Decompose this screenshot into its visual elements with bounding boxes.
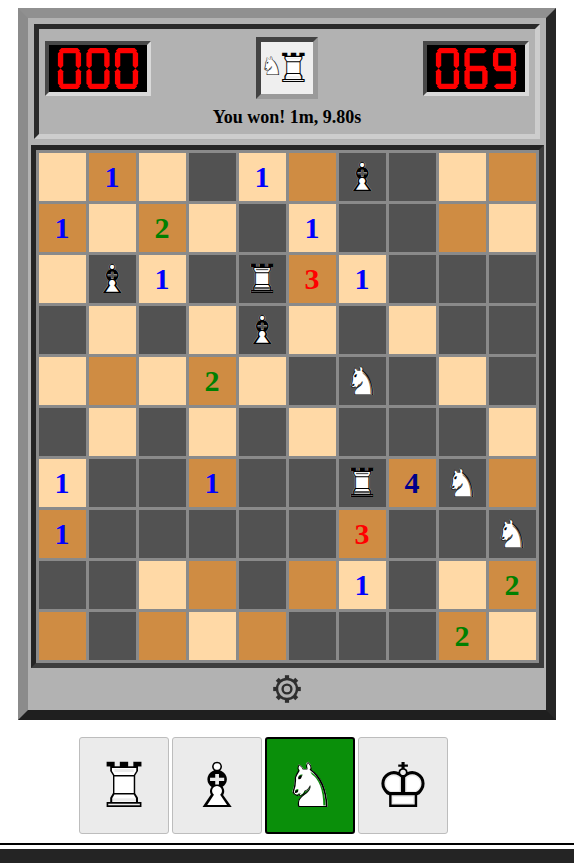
board-cell-r7-c5[interactable] [239, 459, 286, 507]
attack-count: 2 [155, 213, 170, 243]
knight-select-button[interactable]: ♞♘ [265, 737, 355, 834]
board-cell-r3-c1[interactable] [39, 255, 86, 303]
board-cell-r10-c9[interactable]: 2 [439, 612, 486, 660]
board-cell-r8-c3[interactable] [139, 510, 186, 558]
white-bishop-piece: ♝♗ [94, 259, 130, 299]
board-cell-r8-c6[interactable] [289, 510, 336, 558]
board-cell-r5-c7[interactable]: ♞♘ [339, 357, 386, 405]
board-cell-r1-c9[interactable] [439, 153, 486, 201]
board-cell-r1-c3[interactable] [139, 153, 186, 201]
piece-toolbar: ♜♖♝♗♞♘♚♔ [79, 737, 574, 834]
attack-count: 2 [505, 570, 520, 600]
board-cell-r3-c2[interactable]: ♝♗ [89, 255, 136, 303]
board-cell-r6-c1[interactable] [39, 408, 86, 456]
board-cell-r9-c8[interactable] [389, 561, 436, 609]
attack-count: 1 [255, 162, 270, 192]
board-cell-r6-c3[interactable] [139, 408, 186, 456]
pieces-remaining-counter [45, 41, 151, 96]
board-cell-r2-c3[interactable]: 2 [139, 204, 186, 252]
board-cell-r7-c10[interactable] [489, 459, 536, 507]
board-cell-r5-c10[interactable] [489, 357, 536, 405]
white-knight-piece: ♞♘ [282, 755, 338, 817]
board-cell-r1-c6[interactable] [289, 153, 336, 201]
board-cell-r6-c6[interactable] [289, 408, 336, 456]
board-cell-r1-c2[interactable]: 1 [89, 153, 136, 201]
hud-row: ♜♖♞♘ [45, 37, 529, 99]
settings-button[interactable] [272, 674, 302, 704]
board-cell-r9-c10[interactable]: 2 [489, 561, 536, 609]
board-cell-r8-c9[interactable] [439, 510, 486, 558]
board-cell-r7-c3[interactable] [139, 459, 186, 507]
attack-count: 1 [55, 468, 70, 498]
board-frame: 11♝♗121♝♗1♜♖31♝♗2♞♘11♜♖4♞♘13♞♘122 [31, 145, 544, 668]
attack-count: 1 [55, 519, 70, 549]
white-knight-piece: ♞♘ [444, 463, 480, 503]
board-cell-r2-c1[interactable]: 1 [39, 204, 86, 252]
board-cell-r7-c8[interactable]: 4 [389, 459, 436, 507]
attack-count: 1 [355, 570, 370, 600]
board-cell-r3-c4[interactable] [189, 255, 236, 303]
board-cell-r8-c4[interactable] [189, 510, 236, 558]
board-cell-r4-c2[interactable] [89, 306, 136, 354]
board-cell-r3-c7[interactable]: 1 [339, 255, 386, 303]
board-cell-r1-c10[interactable] [489, 153, 536, 201]
board-cell-r7-c1[interactable]: 1 [39, 459, 86, 507]
board-cell-r3-c8[interactable] [389, 255, 436, 303]
board-cell-r9-c7[interactable]: 1 [339, 561, 386, 609]
board-cell-r9-c9[interactable] [439, 561, 486, 609]
board-cell-r6-c4[interactable] [189, 408, 236, 456]
attack-count: 1 [305, 213, 320, 243]
board-cell-r7-c9[interactable]: ♞♘ [439, 459, 486, 507]
board-cell-r4-c3[interactable] [139, 306, 186, 354]
attack-count: 1 [105, 162, 120, 192]
gear-row [28, 668, 546, 710]
timer-counter [423, 41, 529, 96]
board-cell-r6-c5[interactable] [239, 408, 286, 456]
attack-count: 1 [155, 264, 170, 294]
board-cell-r9-c1[interactable] [39, 561, 86, 609]
status-message: You won! 1m, 9.80s [45, 107, 529, 128]
board-cell-r3-c9[interactable] [439, 255, 486, 303]
app-window: ♜♖♞♘ You won! 1m, 9.80s 11♝♗121♝♗1♜♖31♝♗… [18, 8, 556, 720]
bishop-select-button[interactable]: ♝♗ [172, 737, 262, 834]
board-cell-r5-c5[interactable] [239, 357, 286, 405]
board-cell-r6-c2[interactable] [89, 408, 136, 456]
board-cell-r8-c5[interactable] [239, 510, 286, 558]
board-cell-r10-c2[interactable] [89, 612, 136, 660]
board-cell-r2-c10[interactable] [489, 204, 536, 252]
board-cell-r5-c9[interactable] [439, 357, 486, 405]
board-cell-r3-c6[interactable]: 3 [289, 255, 336, 303]
rook-knight-icon: ♜♖♞♘ [264, 45, 310, 91]
board-cell-r8-c7[interactable]: 3 [339, 510, 386, 558]
attack-count: 2 [455, 621, 470, 651]
attack-count: 4 [405, 468, 420, 498]
board-cell-r7-c4[interactable]: 1 [189, 459, 236, 507]
board-cell-r3-c10[interactable] [489, 255, 536, 303]
board-cell-r2-c9[interactable] [439, 204, 486, 252]
board-cell-r8-c8[interactable] [389, 510, 436, 558]
board-cell-r4-c1[interactable] [39, 306, 86, 354]
board-cell-r9-c3[interactable] [139, 561, 186, 609]
board-cell-r4-c10[interactable] [489, 306, 536, 354]
board-cell-r4-c9[interactable] [439, 306, 486, 354]
white-rook-piece: ♜♖ [96, 755, 152, 817]
board-cell-r4-c4[interactable] [189, 306, 236, 354]
board-cell-r1-c7[interactable]: ♝♗ [339, 153, 386, 201]
board-cell-r5-c1[interactable] [39, 357, 86, 405]
board-cell-r6-c7[interactable] [339, 408, 386, 456]
board-cell-r5-c6[interactable] [289, 357, 336, 405]
board-cell-r5-c3[interactable] [139, 357, 186, 405]
board-cell-r10-c8[interactable] [389, 612, 436, 660]
board-cell-r4-c8[interactable] [389, 306, 436, 354]
king-select-button[interactable]: ♚♔ [358, 737, 448, 834]
top-panel: ♜♖♞♘ You won! 1m, 9.80s [34, 24, 540, 139]
board-cell-r2-c2[interactable] [89, 204, 136, 252]
board-cell-r4-c7[interactable] [339, 306, 386, 354]
board-cell-r5-c2[interactable] [89, 357, 136, 405]
seven-segment-display [52, 48, 144, 89]
board-cell-r2-c8[interactable] [389, 204, 436, 252]
white-rook-piece: ♜♖ [244, 259, 280, 299]
board-cell-r10-c10[interactable] [489, 612, 536, 660]
board-cell-r9-c5[interactable] [239, 561, 286, 609]
white-bishop-piece: ♝♗ [189, 755, 245, 817]
board-cell-r1-c8[interactable] [389, 153, 436, 201]
board-cell-r9-c6[interactable] [289, 561, 336, 609]
board-cell-r1-c4[interactable] [189, 153, 236, 201]
board-cell-r2-c4[interactable] [189, 204, 236, 252]
board-cell-r6-c9[interactable] [439, 408, 486, 456]
attack-count: 3 [355, 519, 370, 549]
board-cell-r10-c6[interactable] [289, 612, 336, 660]
separator-line [0, 843, 574, 845]
white-knight-piece: ♞♘ [494, 514, 530, 554]
white-knight-piece: ♞♘ [344, 361, 380, 401]
white-bishop-piece: ♝♗ [244, 310, 280, 350]
board-cell-r2-c7[interactable] [339, 204, 386, 252]
attack-count: 1 [205, 468, 220, 498]
board-cell-r7-c6[interactable] [289, 459, 336, 507]
board-cell-r5-c4[interactable]: 2 [189, 357, 236, 405]
gear-icon [272, 674, 302, 704]
board-cell-r7-c2[interactable] [89, 459, 136, 507]
board-cell-r7-c7[interactable]: ♜♖ [339, 459, 386, 507]
board-cell-r1-c1[interactable] [39, 153, 86, 201]
board-cell-r9-c4[interactable] [189, 561, 236, 609]
rook-select-button[interactable]: ♜♖ [79, 737, 169, 834]
attack-count: 1 [55, 213, 70, 243]
white-king-piece: ♚♔ [375, 755, 431, 817]
attack-count: 1 [355, 264, 370, 294]
board-cell-r10-c5[interactable] [239, 612, 286, 660]
board: 11♝♗121♝♗1♜♖31♝♗2♞♘11♜♖4♞♘13♞♘122 [36, 150, 539, 663]
board-cell-r3-c5[interactable]: ♜♖ [239, 255, 286, 303]
board-cell-r10-c3[interactable] [139, 612, 186, 660]
board-cell-r10-c4[interactable] [189, 612, 236, 660]
board-cell-r6-c8[interactable] [389, 408, 436, 456]
board-cell-r9-c2[interactable] [89, 561, 136, 609]
board-cell-r4-c6[interactable] [289, 306, 336, 354]
board-cell-r8-c1[interactable]: 1 [39, 510, 86, 558]
attack-count: 3 [305, 264, 320, 294]
seven-segment-display [430, 48, 522, 89]
white-bishop-piece: ♝♗ [344, 157, 380, 197]
board-cell-r8-c2[interactable] [89, 510, 136, 558]
reset-button[interactable]: ♜♖♞♘ [256, 37, 318, 99]
attack-count: 2 [205, 366, 220, 396]
board-cell-r4-c5[interactable]: ♝♗ [239, 306, 286, 354]
board-cell-r2-c5[interactable] [239, 204, 286, 252]
white-rook-piece: ♜♖ [344, 463, 380, 503]
board-cell-r10-c7[interactable] [339, 612, 386, 660]
white-knight-piece: ♞♘ [260, 53, 283, 79]
board-cell-r10-c1[interactable] [39, 612, 86, 660]
board-cell-r6-c10[interactable] [489, 408, 536, 456]
board-cell-r2-c6[interactable]: 1 [289, 204, 336, 252]
board-cell-r1-c5[interactable]: 1 [239, 153, 286, 201]
board-cell-r5-c8[interactable] [389, 357, 436, 405]
board-cell-r3-c3[interactable]: 1 [139, 255, 186, 303]
bottom-bar [0, 849, 574, 863]
board-cell-r8-c10[interactable]: ♞♘ [489, 510, 536, 558]
